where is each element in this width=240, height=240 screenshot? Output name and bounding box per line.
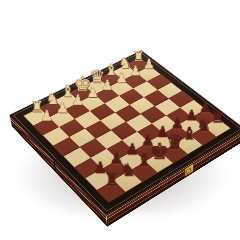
- pieces-layer: ♜♟♟♜♞♟♟♞♝♟♟♝♛♟♟♛♚♟♟♚♝♟♟♝♞♟♟♞♜♟♟♜: [10, 50, 240, 215]
- scene: ♜♟♟♜♞♟♟♞♝♟♟♝♛♟♟♛♚♟♟♚♝♟♟♝♞♟♟♞♜♟♟♜: [0, 0, 240, 240]
- chess-board: ♜♟♟♜♞♟♟♞♝♟♟♝♛♟♟♛♚♟♟♚♝♟♟♝♞♟♟♞♜♟♟♜: [10, 50, 240, 215]
- brass-clasp-icon: [185, 163, 194, 177]
- black-rook-h8[interactable]: ♜: [98, 164, 126, 192]
- white-pawn-h2[interactable]: ♟: [34, 102, 60, 128]
- product-photo: ♜♟♟♜♞♟♟♞♝♟♟♝♛♟♟♛♚♟♟♚♝♟♟♝♞♟♟♞♜♟♟♜: [0, 0, 240, 240]
